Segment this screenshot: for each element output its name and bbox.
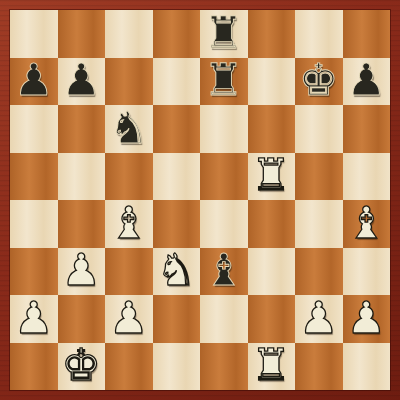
square-d8[interactable] (153, 10, 201, 58)
square-e7[interactable]: ♜ (200, 58, 248, 106)
square-c7[interactable] (105, 58, 153, 106)
square-b3[interactable]: ♟ (58, 248, 106, 296)
square-f1[interactable]: ♜ (248, 343, 296, 391)
piece-white-knight: ♞ (157, 248, 196, 292)
square-g7[interactable]: ♚ (295, 58, 343, 106)
square-f2[interactable] (248, 295, 296, 343)
square-g1[interactable] (295, 343, 343, 391)
piece-white-pawn: ♟ (109, 296, 148, 340)
square-c6[interactable]: ♞ (105, 105, 153, 153)
square-d7[interactable] (153, 58, 201, 106)
square-d3[interactable]: ♞ (153, 248, 201, 296)
square-h4[interactable]: ♝ (343, 200, 391, 248)
piece-black-pawn: ♟ (14, 58, 53, 102)
square-a4[interactable] (10, 200, 58, 248)
square-e4[interactable] (200, 200, 248, 248)
square-c2[interactable]: ♟ (105, 295, 153, 343)
square-d4[interactable] (153, 200, 201, 248)
square-f6[interactable] (248, 105, 296, 153)
square-f5[interactable]: ♜ (248, 153, 296, 201)
square-g2[interactable]: ♟ (295, 295, 343, 343)
square-b6[interactable] (58, 105, 106, 153)
square-c1[interactable] (105, 343, 153, 391)
square-c5[interactable] (105, 153, 153, 201)
square-a6[interactable] (10, 105, 58, 153)
piece-black-bishop: ♝ (204, 248, 243, 292)
square-a5[interactable] (10, 153, 58, 201)
square-b8[interactable] (58, 10, 106, 58)
square-c4[interactable]: ♝ (105, 200, 153, 248)
square-h6[interactable] (343, 105, 391, 153)
square-a3[interactable] (10, 248, 58, 296)
square-g3[interactable] (295, 248, 343, 296)
square-e3[interactable]: ♝ (200, 248, 248, 296)
square-e1[interactable] (200, 343, 248, 391)
square-a1[interactable] (10, 343, 58, 391)
piece-white-pawn: ♟ (62, 248, 101, 292)
square-d2[interactable] (153, 295, 201, 343)
square-e5[interactable] (200, 153, 248, 201)
piece-black-rook: ♜ (204, 58, 243, 102)
square-b1[interactable]: ♚ (58, 343, 106, 391)
piece-white-pawn: ♟ (14, 296, 53, 340)
square-b5[interactable] (58, 153, 106, 201)
square-h1[interactable] (343, 343, 391, 391)
piece-white-rook: ♜ (252, 153, 291, 197)
square-g4[interactable] (295, 200, 343, 248)
chess-board: ♜♟♟♜♚♟♞♜♝♝♟♞♝♟♟♟♟♚♜ (10, 10, 390, 390)
piece-white-pawn: ♟ (347, 296, 386, 340)
piece-white-rook: ♜ (252, 343, 291, 387)
square-f7[interactable] (248, 58, 296, 106)
square-e2[interactable] (200, 295, 248, 343)
square-a8[interactable] (10, 10, 58, 58)
piece-white-bishop: ♝ (109, 201, 148, 245)
square-d6[interactable] (153, 105, 201, 153)
square-a7[interactable]: ♟ (10, 58, 58, 106)
square-h7[interactable]: ♟ (343, 58, 391, 106)
square-d1[interactable] (153, 343, 201, 391)
square-e6[interactable] (200, 105, 248, 153)
piece-white-bishop: ♝ (347, 201, 386, 245)
square-c8[interactable] (105, 10, 153, 58)
square-h5[interactable] (343, 153, 391, 201)
piece-white-king: ♚ (62, 343, 101, 387)
square-f3[interactable] (248, 248, 296, 296)
piece-black-pawn: ♟ (62, 58, 101, 102)
square-a2[interactable]: ♟ (10, 295, 58, 343)
square-g6[interactable] (295, 105, 343, 153)
square-f4[interactable] (248, 200, 296, 248)
square-h3[interactable] (343, 248, 391, 296)
piece-white-pawn: ♟ (299, 296, 338, 340)
square-f8[interactable] (248, 10, 296, 58)
piece-black-king: ♚ (299, 58, 338, 102)
square-c3[interactable] (105, 248, 153, 296)
square-b2[interactable] (58, 295, 106, 343)
square-h8[interactable] (343, 10, 391, 58)
square-g8[interactable] (295, 10, 343, 58)
square-h2[interactable]: ♟ (343, 295, 391, 343)
square-b4[interactable] (58, 200, 106, 248)
square-b7[interactable]: ♟ (58, 58, 106, 106)
square-e8[interactable]: ♜ (200, 10, 248, 58)
square-g5[interactable] (295, 153, 343, 201)
square-d5[interactable] (153, 153, 201, 201)
piece-black-pawn: ♟ (347, 58, 386, 102)
piece-black-rook: ♜ (204, 11, 243, 55)
piece-black-knight: ♞ (109, 106, 148, 150)
chess-board-frame: ♜♟♟♜♚♟♞♜♝♝♟♞♝♟♟♟♟♚♜ (0, 0, 400, 400)
